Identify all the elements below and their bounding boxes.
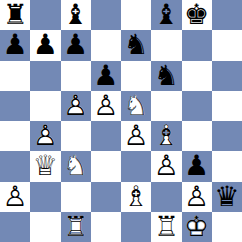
square-d3[interactable]: [91, 151, 121, 181]
square-g5[interactable]: [182, 91, 212, 121]
white-queen-fill: ♛: [30, 151, 60, 181]
square-a7[interactable]: ♟: [0, 30, 30, 60]
square-c6[interactable]: [61, 61, 91, 91]
square-b2[interactable]: [30, 182, 60, 212]
black-pawn: ♟: [91, 61, 121, 91]
black-knight: ♞: [151, 61, 181, 91]
square-h5[interactable]: [212, 91, 242, 121]
black-knight-glyph: ♞: [121, 30, 151, 60]
white-pawn-fill: ♟: [121, 121, 151, 151]
black-queen: ♛: [212, 182, 242, 212]
square-h3[interactable]: [212, 151, 242, 181]
square-d5[interactable]: ♟♙: [91, 91, 121, 121]
white-knight-fill: ♞: [61, 151, 91, 181]
square-f7[interactable]: [151, 30, 181, 60]
black-pawn-glyph: ♟: [182, 151, 212, 181]
white-pawn-fill: ♟: [91, 91, 121, 121]
black-bishop-glyph: ♝: [151, 0, 181, 30]
white-pawn-outline: ♙: [91, 91, 121, 121]
black-knight: ♞: [121, 30, 151, 60]
white-pawn: ♟♙: [182, 182, 212, 212]
square-b3[interactable]: ♛♕: [30, 151, 60, 181]
white-pawn-outline: ♙: [30, 121, 60, 151]
black-bishop-glyph: ♝: [61, 0, 91, 30]
square-e8[interactable]: [121, 0, 151, 30]
square-d7[interactable]: [91, 30, 121, 60]
white-pawn-outline: ♙: [121, 121, 151, 151]
white-pawn-fill: ♟: [0, 182, 30, 212]
white-bishop: ♝♗: [121, 182, 151, 212]
square-b7[interactable]: ♟: [30, 30, 60, 60]
black-queen-glyph: ♛: [212, 182, 242, 212]
white-rook-fill: ♜: [151, 212, 181, 242]
square-b5[interactable]: [30, 91, 60, 121]
square-g4[interactable]: [182, 121, 212, 151]
white-pawn-fill: ♟: [151, 151, 181, 181]
square-c2[interactable]: [61, 182, 91, 212]
square-b6[interactable]: [30, 61, 60, 91]
square-a4[interactable]: [0, 121, 30, 151]
white-bishop-outline: ♗: [121, 182, 151, 212]
square-e4[interactable]: ♟♙: [121, 121, 151, 151]
square-g6[interactable]: [182, 61, 212, 91]
chess-board: ♜♝♝♚♟♟♟♞♟♞♟♙♟♙♞♘♟♙♟♙♝♗♛♕♞♘♟♙♟♟♙♝♗♟♙♛♜♖♜♖…: [0, 0, 242, 242]
black-pawn-glyph: ♟: [61, 30, 91, 60]
black-bishop: ♝: [61, 0, 91, 30]
square-c4[interactable]: [61, 121, 91, 151]
square-f6[interactable]: ♞: [151, 61, 181, 91]
white-pawn-fill: ♟: [30, 121, 60, 151]
white-rook-outline: ♖: [151, 212, 181, 242]
square-c8[interactable]: ♝: [61, 0, 91, 30]
white-rook-outline: ♖: [61, 212, 91, 242]
square-b1[interactable]: [30, 212, 60, 242]
square-a6[interactable]: [0, 61, 30, 91]
square-e6[interactable]: [121, 61, 151, 91]
square-a2[interactable]: ♟♙: [0, 182, 30, 212]
white-queen-outline: ♕: [30, 151, 60, 181]
white-knight-outline: ♘: [121, 91, 151, 121]
white-pawn-outline: ♙: [151, 151, 181, 181]
black-pawn-glyph: ♟: [91, 61, 121, 91]
white-pawn: ♟♙: [151, 151, 181, 181]
square-f2[interactable]: [151, 182, 181, 212]
white-king: ♚♔: [182, 212, 212, 242]
white-pawn-outline: ♙: [182, 182, 212, 212]
white-pawn: ♟♙: [91, 91, 121, 121]
square-h6[interactable]: [212, 61, 242, 91]
white-bishop: ♝♗: [151, 121, 181, 151]
white-knight-fill: ♞: [121, 91, 151, 121]
black-king: ♚: [182, 0, 212, 30]
square-c1[interactable]: ♜♖: [61, 212, 91, 242]
square-e2[interactable]: ♝♗: [121, 182, 151, 212]
white-bishop-fill: ♝: [121, 182, 151, 212]
square-h7[interactable]: [212, 30, 242, 60]
white-rook: ♜♖: [61, 212, 91, 242]
square-c3[interactable]: ♞♘: [61, 151, 91, 181]
white-bishop-outline: ♗: [151, 121, 181, 151]
square-b8[interactable]: [30, 0, 60, 30]
square-b4[interactable]: ♟♙: [30, 121, 60, 151]
square-h2[interactable]: ♛: [212, 182, 242, 212]
square-f3[interactable]: ♟♙: [151, 151, 181, 181]
square-e3[interactable]: [121, 151, 151, 181]
square-g3[interactable]: ♟: [182, 151, 212, 181]
white-knight: ♞♘: [61, 151, 91, 181]
square-d8[interactable]: [91, 0, 121, 30]
square-c7[interactable]: ♟: [61, 30, 91, 60]
square-h1[interactable]: [212, 212, 242, 242]
square-f1[interactable]: ♜♖: [151, 212, 181, 242]
black-bishop: ♝: [151, 0, 181, 30]
white-pawn: ♟♙: [61, 91, 91, 121]
white-knight: ♞♘: [121, 91, 151, 121]
square-g8[interactable]: ♚: [182, 0, 212, 30]
white-pawn: ♟♙: [121, 121, 151, 151]
white-pawn: ♟♙: [30, 121, 60, 151]
square-a8[interactable]: ♜: [0, 0, 30, 30]
black-pawn: ♟: [0, 30, 30, 60]
square-a1[interactable]: [0, 212, 30, 242]
black-pawn-glyph: ♟: [0, 30, 30, 60]
white-pawn-outline: ♙: [61, 91, 91, 121]
square-c5[interactable]: ♟♙: [61, 91, 91, 121]
square-e1[interactable]: [121, 212, 151, 242]
black-pawn: ♟: [61, 30, 91, 60]
white-bishop-fill: ♝: [151, 121, 181, 151]
white-rook: ♜♖: [151, 212, 181, 242]
square-d6[interactable]: ♟: [91, 61, 121, 91]
white-pawn: ♟♙: [0, 182, 30, 212]
black-pawn: ♟: [30, 30, 60, 60]
black-knight-glyph: ♞: [151, 61, 181, 91]
square-d2[interactable]: [91, 182, 121, 212]
square-d4[interactable]: [91, 121, 121, 151]
black-rook-glyph: ♜: [0, 0, 30, 30]
white-pawn-fill: ♟: [182, 182, 212, 212]
black-king-glyph: ♚: [182, 0, 212, 30]
square-a3[interactable]: [0, 151, 30, 181]
square-f4[interactable]: ♝♗: [151, 121, 181, 151]
black-pawn: ♟: [182, 151, 212, 181]
black-pawn-glyph: ♟: [30, 30, 60, 60]
white-rook-fill: ♜: [61, 212, 91, 242]
square-f8[interactable]: ♝: [151, 0, 181, 30]
white-king-outline: ♔: [182, 212, 212, 242]
square-d1[interactable]: [91, 212, 121, 242]
white-pawn-outline: ♙: [0, 182, 30, 212]
square-e7[interactable]: ♞: [121, 30, 151, 60]
white-pawn-fill: ♟: [61, 91, 91, 121]
square-h4[interactable]: [212, 121, 242, 151]
black-rook: ♜: [0, 0, 30, 30]
white-queen: ♛♕: [30, 151, 60, 181]
square-f5[interactable]: [151, 91, 181, 121]
square-h8[interactable]: [212, 0, 242, 30]
square-g1[interactable]: ♚♔: [182, 212, 212, 242]
square-g2[interactable]: ♟♙: [182, 182, 212, 212]
white-king-fill: ♚: [182, 212, 212, 242]
white-knight-outline: ♘: [61, 151, 91, 181]
square-a5[interactable]: [0, 91, 30, 121]
square-e5[interactable]: ♞♘: [121, 91, 151, 121]
square-g7[interactable]: [182, 30, 212, 60]
